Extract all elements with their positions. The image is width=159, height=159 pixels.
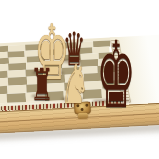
chess-set-photo: ♚♛♜♞♚ (0, 0, 159, 159)
black-king[interactable]: ♚ (94, 30, 138, 122)
black-rook[interactable]: ♜ (29, 63, 55, 107)
pieces-layer: ♚♛♜♞♚ (0, 0, 159, 159)
white-knight[interactable]: ♞ (58, 58, 91, 112)
